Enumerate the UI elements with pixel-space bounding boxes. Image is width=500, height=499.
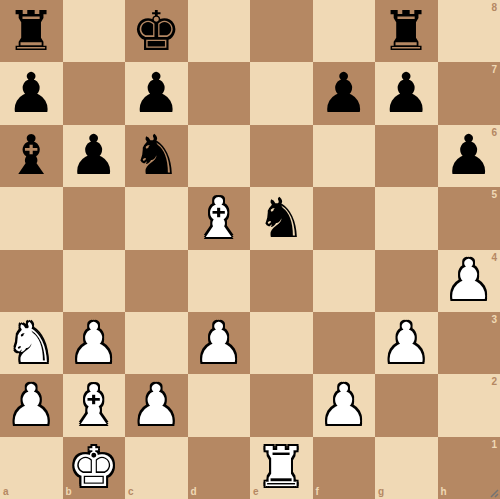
black-pawn-piece[interactable]: ♟ [132, 66, 181, 121]
file-label-b: b [66, 487, 72, 497]
square-f1[interactable]: f [313, 437, 376, 499]
square-a6[interactable]: ♝ [0, 125, 63, 187]
square-e4[interactable] [250, 250, 313, 312]
square-e5[interactable]: ♞ [250, 187, 313, 249]
square-a7[interactable]: ♟ [0, 62, 63, 124]
white-knight-piece[interactable]: ♞ [7, 316, 56, 371]
rank-label-8: 8 [491, 3, 497, 13]
square-f5[interactable] [313, 187, 376, 249]
square-c4[interactable] [125, 250, 188, 312]
square-a4[interactable] [0, 250, 63, 312]
square-f4[interactable] [313, 250, 376, 312]
square-b6[interactable]: ♟ [63, 125, 126, 187]
rank-label-3: 3 [491, 315, 497, 325]
square-c5[interactable] [125, 187, 188, 249]
file-label-d: d [191, 487, 197, 497]
square-f7[interactable]: ♟ [313, 62, 376, 124]
black-knight-piece[interactable]: ♞ [132, 128, 181, 183]
black-knight-piece[interactable]: ♞ [257, 191, 306, 246]
square-c8[interactable]: ♚ [125, 0, 188, 62]
rank-label-7: 7 [491, 65, 497, 75]
white-king-piece[interactable]: ♚ [69, 440, 118, 495]
file-label-c: c [128, 487, 134, 497]
square-h6[interactable]: ♟6 [438, 125, 500, 187]
rank-label-6: 6 [491, 128, 497, 138]
square-e7[interactable] [250, 62, 313, 124]
square-d8[interactable] [188, 0, 251, 62]
white-bishop-piece[interactable]: ♝ [194, 191, 243, 246]
square-e2[interactable] [250, 374, 313, 436]
white-pawn-piece[interactable]: ♟ [194, 316, 243, 371]
square-a1[interactable]: a [0, 437, 63, 499]
square-e1[interactable]: ♜e [250, 437, 313, 499]
black-pawn-piece[interactable]: ♟ [319, 66, 368, 121]
square-d3[interactable]: ♟ [188, 312, 251, 374]
square-b4[interactable] [63, 250, 126, 312]
square-c2[interactable]: ♟ [125, 374, 188, 436]
square-h4[interactable]: ♟4 [438, 250, 500, 312]
square-g7[interactable]: ♟ [375, 62, 438, 124]
square-h8[interactable]: 8 [438, 0, 500, 62]
square-e3[interactable] [250, 312, 313, 374]
white-rook-piece[interactable]: ♜ [257, 440, 306, 495]
square-h5[interactable]: 5 [438, 187, 500, 249]
square-d4[interactable] [188, 250, 251, 312]
square-b7[interactable] [63, 62, 126, 124]
white-pawn-piece[interactable]: ♟ [132, 378, 181, 433]
square-d1[interactable]: d [188, 437, 251, 499]
rank-label-4: 4 [491, 253, 497, 263]
white-pawn-piece[interactable]: ♟ [382, 316, 431, 371]
square-b3[interactable]: ♟ [63, 312, 126, 374]
rank-label-5: 5 [491, 190, 497, 200]
square-a5[interactable] [0, 187, 63, 249]
black-pawn-piece[interactable]: ♟ [382, 66, 431, 121]
black-king-piece[interactable]: ♚ [132, 4, 181, 59]
file-label-a: a [3, 487, 9, 497]
square-h3[interactable]: 3 [438, 312, 500, 374]
black-rook-piece[interactable]: ♜ [382, 4, 431, 59]
black-pawn-piece[interactable]: ♟ [7, 66, 56, 121]
square-d2[interactable] [188, 374, 251, 436]
square-b8[interactable] [63, 0, 126, 62]
resize-handle-icon[interactable] [487, 486, 499, 498]
black-rook-piece[interactable]: ♜ [7, 4, 56, 59]
white-bishop-piece[interactable]: ♝ [69, 378, 118, 433]
square-c1[interactable]: c [125, 437, 188, 499]
black-pawn-piece[interactable]: ♟ [444, 128, 493, 183]
file-label-e: e [253, 487, 259, 497]
square-d7[interactable] [188, 62, 251, 124]
square-b2[interactable]: ♝ [63, 374, 126, 436]
chess-board: ♜♚♜8♟♟♟♟7♝♟♞♟6♝♞5♟4♞♟♟♟3♟♝♟♟2a♚bcd♜efg1h [0, 0, 500, 499]
square-f8[interactable] [313, 0, 376, 62]
square-h2[interactable]: 2 [438, 374, 500, 436]
black-bishop-piece[interactable]: ♝ [7, 128, 56, 183]
white-pawn-piece[interactable]: ♟ [7, 378, 56, 433]
square-a8[interactable]: ♜ [0, 0, 63, 62]
square-f3[interactable] [313, 312, 376, 374]
white-pawn-piece[interactable]: ♟ [444, 253, 493, 308]
white-pawn-piece[interactable]: ♟ [69, 316, 118, 371]
white-pawn-piece[interactable]: ♟ [319, 378, 368, 433]
square-g5[interactable] [375, 187, 438, 249]
rank-label-2: 2 [491, 377, 497, 387]
square-c7[interactable]: ♟ [125, 62, 188, 124]
square-g6[interactable] [375, 125, 438, 187]
black-pawn-piece[interactable]: ♟ [69, 128, 118, 183]
square-d5[interactable]: ♝ [188, 187, 251, 249]
rank-label-1: 1 [491, 440, 497, 450]
square-c6[interactable]: ♞ [125, 125, 188, 187]
square-f6[interactable] [313, 125, 376, 187]
square-h7[interactable]: 7 [438, 62, 500, 124]
file-label-f: f [316, 487, 319, 497]
file-label-g: g [378, 487, 384, 497]
square-c3[interactable] [125, 312, 188, 374]
square-g4[interactable] [375, 250, 438, 312]
square-g2[interactable] [375, 374, 438, 436]
square-a3[interactable]: ♞ [0, 312, 63, 374]
square-d6[interactable] [188, 125, 251, 187]
square-g3[interactable]: ♟ [375, 312, 438, 374]
square-f2[interactable]: ♟ [313, 374, 376, 436]
file-label-h: h [441, 487, 447, 497]
square-e6[interactable] [250, 125, 313, 187]
square-a2[interactable]: ♟ [0, 374, 63, 436]
square-e8[interactable] [250, 0, 313, 62]
square-g8[interactable]: ♜ [375, 0, 438, 62]
square-b1[interactable]: ♚b [63, 437, 126, 499]
square-b5[interactable] [63, 187, 126, 249]
square-g1[interactable]: g [375, 437, 438, 499]
